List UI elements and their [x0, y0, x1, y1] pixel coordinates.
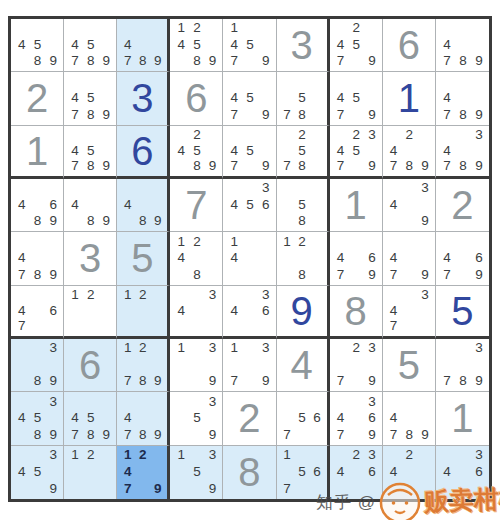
candidate-digit: 9 — [471, 266, 487, 282]
cell-r5c8[interactable]: 479 — [383, 232, 436, 285]
cell-r2c9[interactable]: 4789 — [436, 72, 489, 125]
candidate-digit: 7 — [226, 53, 242, 69]
candidate-digit: 9 — [364, 53, 380, 69]
candidate-digit: 7 — [226, 158, 242, 174]
candidate-digit: 8 — [295, 213, 310, 229]
candidate-grid: 489 — [120, 180, 165, 229]
candidate-digit: 3 — [205, 340, 221, 356]
candidate-digit: 4 — [386, 302, 402, 318]
candidate-digit: 8 — [455, 106, 471, 122]
cell-r9c4[interactable]: 1359 — [170, 446, 223, 499]
candidate-digit: 8 — [30, 53, 46, 69]
candidate-digit: 7 — [333, 53, 349, 69]
candidate-digit: 8 — [295, 266, 310, 282]
cell-r3c5[interactable]: 4579 — [223, 126, 276, 179]
given-digit: 8 — [345, 291, 367, 331]
candidate-digit: 2 — [295, 127, 310, 143]
entered-digit: 9 — [290, 291, 312, 331]
given-digit: 1 — [26, 131, 48, 171]
candidate-digit: 3 — [471, 127, 487, 143]
cell-r7c7[interactable]: 2379 — [330, 339, 383, 392]
candidate-digit: 4 — [226, 302, 242, 318]
candidate-digit: 7 — [386, 426, 402, 442]
candidate-digit: 6 — [258, 302, 274, 318]
candidate-digit: 4 — [386, 196, 402, 212]
cell-r6c5[interactable]: 346 — [223, 286, 276, 339]
candidate-digit: 9 — [99, 53, 115, 69]
candidate-digit: 8 — [455, 373, 471, 389]
candidate-digit: 4 — [14, 36, 30, 52]
candidate-digit: 8 — [83, 426, 99, 442]
candidate-digit: 4 — [333, 36, 349, 52]
candidate-digit: 2 — [295, 233, 310, 249]
cell-r1c9[interactable]: 4789 — [436, 19, 489, 72]
cell-r7c2[interactable]: 6 — [64, 339, 117, 392]
cell-r9c8[interactable]: 24 — [383, 446, 436, 499]
candidate-digit: 3 — [258, 287, 274, 303]
cell-r2c1[interactable]: 2 — [11, 72, 64, 125]
candidate-digit: 9 — [364, 373, 380, 389]
given-digit: 2 — [238, 398, 260, 438]
candidate-digit: 2 — [135, 447, 150, 464]
cell-r4c8[interactable]: 349 — [383, 179, 436, 232]
candidate-digit: 8 — [401, 426, 417, 442]
candidate-digit: 5 — [295, 463, 310, 480]
candidate-digit: 9 — [364, 158, 380, 174]
cell-r7c9[interactable]: 3789 — [436, 339, 489, 392]
given-digit: 2 — [26, 78, 48, 118]
candidate-grid: 12 — [67, 447, 114, 497]
candidate-digit: 1 — [226, 340, 242, 356]
cell-r7c5[interactable]: 1379 — [223, 339, 276, 392]
cell-r3c2[interactable]: 45789 — [64, 126, 117, 179]
cell-r3c8[interactable]: 24789 — [383, 126, 436, 179]
cell-r6c8[interactable]: 347 — [383, 286, 436, 339]
given-digit: 5 — [131, 238, 153, 278]
candidate-grid: 4679 — [439, 233, 487, 282]
candidate-digit: 5 — [30, 36, 46, 52]
candidate-digit: 4 — [226, 90, 242, 106]
candidate-digit: 9 — [205, 158, 221, 174]
candidate-grid: 34 — [173, 287, 220, 334]
candidate-grid: 346 — [439, 447, 487, 497]
candidate-grid: 34789 — [439, 127, 487, 174]
candidate-digit: 8 — [455, 158, 471, 174]
candidate-digit: 5 — [295, 90, 310, 106]
candidate-digit: 8 — [83, 213, 99, 229]
candidate-digit: 9 — [205, 373, 221, 389]
candidate-grid: 14 — [226, 233, 273, 282]
cell-r1c2[interactable]: 45789 — [64, 19, 117, 72]
candidate-grid: 1567 — [280, 447, 325, 497]
cell-r5c4[interactable]: 1248 — [170, 232, 223, 285]
candidate-digit: 4 — [333, 250, 349, 266]
candidate-digit: 7 — [14, 266, 30, 282]
candidate-digit: 2 — [83, 287, 99, 303]
candidate-grid: 4789 — [439, 20, 487, 69]
candidate-digit: 6 — [310, 410, 325, 426]
cell-r8c9[interactable]: 1 — [436, 392, 489, 445]
cell-r3c1[interactable]: 1 — [11, 126, 64, 179]
candidate-grid: 578 — [280, 73, 325, 122]
candidate-digit: 4 — [226, 196, 242, 212]
cell-r3c7[interactable]: 234579 — [330, 126, 383, 179]
given-digit: 6 — [79, 345, 101, 385]
cell-r3c3[interactable]: 6 — [117, 126, 170, 179]
cell-r6c7[interactable]: 8 — [330, 286, 383, 339]
candidate-digit: 2 — [348, 127, 364, 143]
candidate-digit: 9 — [258, 53, 274, 69]
candidate-digit: 7 — [333, 158, 349, 174]
cell-r4c2[interactable]: 489 — [64, 179, 117, 232]
cell-r6c1[interactable]: 467 — [11, 286, 64, 339]
candidate-grid: 12789 — [120, 340, 165, 389]
cell-r8c8[interactable]: 4789 — [383, 392, 436, 445]
candidate-digit: 6 — [258, 196, 274, 212]
candidate-digit: 6 — [364, 463, 380, 480]
candidate-digit: 9 — [45, 266, 61, 282]
candidate-grid: 1248 — [173, 233, 220, 282]
candidate-digit: 7 — [120, 373, 135, 389]
candidate-grid: 128 — [280, 233, 325, 282]
cell-r4c1[interactable]: 4689 — [11, 179, 64, 232]
candidate-digit: 4 — [14, 250, 30, 266]
candidate-digit: 7 — [280, 106, 295, 122]
candidate-digit: 5 — [348, 90, 364, 106]
candidate-digit: 9 — [471, 373, 487, 389]
candidate-grid: 124589 — [173, 20, 220, 69]
cell-r6c2[interactable]: 12 — [64, 286, 117, 339]
cell-r2c2[interactable]: 45789 — [64, 72, 117, 125]
candidate-digit: 3 — [258, 180, 274, 196]
cell-r1c4[interactable]: 124589 — [170, 19, 223, 72]
candidate-digit: 9 — [150, 480, 165, 497]
candidate-digit: 2 — [135, 340, 150, 356]
candidate-digit: 3 — [45, 393, 61, 409]
candidate-digit: 8 — [30, 373, 46, 389]
cell-r6c9[interactable]: 5 — [436, 286, 489, 339]
candidate-digit: 4 — [120, 196, 135, 212]
candidate-digit: 7 — [120, 426, 135, 442]
candidate-grid: 2379 — [333, 340, 380, 389]
candidate-digit: 1 — [67, 447, 83, 464]
candidate-digit: 9 — [99, 158, 115, 174]
candidate-digit: 5 — [83, 36, 99, 52]
cell-r9c5[interactable]: 8 — [223, 446, 276, 499]
candidate-digit: 3 — [364, 340, 380, 356]
cell-r6c4[interactable]: 34 — [170, 286, 223, 339]
candidate-digit: 8 — [83, 158, 99, 174]
candidate-grid: 4579 — [333, 73, 380, 122]
candidate-grid: 12 — [120, 287, 165, 334]
candidate-digit: 8 — [135, 213, 150, 229]
cell-r2c6[interactable]: 578 — [277, 72, 330, 125]
candidate-digit: 1 — [280, 233, 295, 249]
candidate-digit: 7 — [120, 480, 135, 497]
candidate-digit: 8 — [30, 266, 46, 282]
candidate-grid: 4789 — [439, 73, 487, 122]
candidate-digit: 2 — [348, 340, 364, 356]
cell-r9c9[interactable]: 346 — [436, 446, 489, 499]
candidate-digit: 6 — [45, 302, 61, 318]
candidate-digit: 5 — [189, 463, 205, 480]
candidate-digit: 7 — [120, 53, 135, 69]
candidate-digit: 8 — [295, 106, 310, 122]
candidate-digit: 8 — [189, 266, 205, 282]
cell-r2c7[interactable]: 4579 — [330, 72, 383, 125]
candidate-digit: 4 — [120, 36, 135, 52]
cell-r4c4[interactable]: 7 — [170, 179, 223, 232]
candidate-digit: 9 — [45, 480, 61, 497]
candidate-digit: 1 — [280, 447, 295, 464]
candidate-grid: 34679 — [333, 393, 380, 442]
candidate-digit: 5 — [189, 142, 205, 158]
candidate-digit: 7 — [386, 266, 402, 282]
candidate-digit: 1 — [120, 447, 135, 464]
candidate-digit: 4 — [120, 463, 135, 480]
candidate-digit: 4 — [386, 463, 402, 480]
cell-r2c8[interactable]: 1 — [383, 72, 436, 125]
candidate-grid: 567 — [280, 393, 325, 442]
candidate-digit: 9 — [45, 213, 61, 229]
cell-r1c5[interactable]: 14579 — [223, 19, 276, 72]
given-digit: 7 — [185, 185, 207, 225]
candidate-digit: 9 — [99, 426, 115, 442]
candidate-digit: 7 — [67, 158, 83, 174]
candidate-digit: 9 — [471, 53, 487, 69]
cell-r7c1[interactable]: 389 — [11, 339, 64, 392]
candidate-digit: 3 — [364, 447, 380, 464]
candidate-digit: 9 — [417, 426, 433, 442]
candidate-digit: 3 — [45, 447, 61, 464]
cell-r9c3[interactable]: 12479 — [117, 446, 170, 499]
candidate-digit: 5 — [242, 196, 258, 212]
candidate-digit: 8 — [83, 53, 99, 69]
candidate-grid: 2346 — [333, 447, 380, 497]
cell-r7c3[interactable]: 12789 — [117, 339, 170, 392]
cell-r2c3[interactable]: 3 — [117, 72, 170, 125]
candidate-digit: 4 — [333, 90, 349, 106]
candidate-digit: 4 — [386, 410, 402, 426]
cell-r4c9[interactable]: 2 — [436, 179, 489, 232]
candidate-grid: 347 — [386, 287, 433, 334]
cell-r7c6[interactable]: 4 — [277, 339, 330, 392]
candidate-grid: 12 — [67, 287, 114, 334]
candidate-digit: 8 — [30, 213, 46, 229]
candidate-digit: 9 — [99, 106, 115, 122]
cell-r2c5[interactable]: 4579 — [223, 72, 276, 125]
cell-r3c9[interactable]: 34789 — [436, 126, 489, 179]
candidate-grid: 4679 — [333, 233, 380, 282]
candidate-digit: 9 — [205, 53, 221, 69]
candidate-digit: 7 — [439, 158, 455, 174]
candidate-digit: 9 — [417, 213, 433, 229]
candidate-digit: 3 — [364, 393, 380, 409]
candidate-digit: 7 — [333, 426, 349, 442]
cell-r8c7[interactable]: 34679 — [330, 392, 383, 445]
cell-r7c8[interactable]: 5 — [383, 339, 436, 392]
candidate-digit: 9 — [364, 266, 380, 282]
candidate-digit: 4 — [226, 36, 242, 52]
cell-r6c6[interactable]: 9 — [277, 286, 330, 339]
candidate-grid: 1359 — [173, 447, 220, 497]
candidate-grid: 389 — [14, 340, 61, 389]
candidate-grid: 4689 — [14, 180, 61, 229]
sudoku-board: 4589457894789124589145793245796478924578… — [8, 16, 492, 502]
candidate-grid: 349 — [386, 180, 433, 229]
candidate-digit: 4 — [120, 410, 135, 426]
cell-r1c8[interactable]: 6 — [383, 19, 436, 72]
given-digit: 3 — [290, 25, 312, 65]
candidate-digit: 4 — [333, 142, 349, 158]
entered-digit: 6 — [131, 131, 153, 171]
candidate-digit: 9 — [150, 53, 165, 69]
candidate-digit: 7 — [280, 480, 295, 497]
cell-r5c1[interactable]: 4789 — [11, 232, 64, 285]
candidate-digit: 2 — [348, 447, 364, 464]
cell-r9c7[interactable]: 2346 — [330, 446, 383, 499]
candidate-digit: 4 — [386, 250, 402, 266]
candidate-digit: 5 — [30, 463, 46, 480]
cell-r8c3[interactable]: 4789 — [117, 392, 170, 445]
cell-r9c6[interactable]: 1567 — [277, 446, 330, 499]
candidate-digit: 7 — [226, 106, 242, 122]
candidate-digit: 9 — [45, 373, 61, 389]
candidate-grid: 45789 — [67, 20, 114, 69]
cell-r4c7[interactable]: 1 — [330, 179, 383, 232]
candidate-grid: 1379 — [226, 340, 273, 389]
cell-r3c6[interactable]: 2578 — [277, 126, 330, 179]
candidate-digit: 9 — [258, 158, 274, 174]
candidate-digit: 3 — [471, 447, 487, 464]
candidate-grid: 24589 — [173, 127, 220, 174]
cell-r4c3[interactable]: 489 — [117, 179, 170, 232]
cell-r5c9[interactable]: 4679 — [436, 232, 489, 285]
candidate-digit: 2 — [135, 287, 150, 303]
candidate-digit: 3 — [471, 340, 487, 356]
cell-r1c3[interactable]: 4789 — [117, 19, 170, 72]
cell-r5c7[interactable]: 4679 — [330, 232, 383, 285]
candidate-digit: 5 — [83, 410, 99, 426]
candidate-digit: 4 — [14, 410, 30, 426]
candidate-digit: 4 — [226, 250, 242, 266]
candidate-grid: 4789 — [386, 393, 433, 442]
candidate-digit: 7 — [333, 266, 349, 282]
candidate-digit: 9 — [417, 158, 433, 174]
candidate-grid: 24789 — [386, 127, 433, 174]
candidate-grid: 24 — [386, 447, 433, 497]
candidate-grid: 34589 — [14, 393, 61, 442]
candidate-digit: 9 — [205, 480, 221, 497]
cell-r9c2[interactable]: 12 — [64, 446, 117, 499]
cell-r8c5[interactable]: 2 — [223, 392, 276, 445]
candidate-grid: 45789 — [67, 127, 114, 174]
candidate-digit: 4 — [173, 250, 189, 266]
candidate-digit: 4 — [439, 250, 455, 266]
candidate-grid: 479 — [386, 233, 433, 282]
candidate-digit: 1 — [173, 340, 189, 356]
candidate-digit: 7 — [439, 106, 455, 122]
candidate-digit: 9 — [150, 426, 165, 442]
candidate-grid: 139 — [173, 340, 220, 389]
candidate-digit: 7 — [439, 266, 455, 282]
candidate-digit: 3 — [205, 393, 221, 409]
candidate-digit: 7 — [386, 158, 402, 174]
cell-r6c3[interactable]: 12 — [117, 286, 170, 339]
cell-r1c1[interactable]: 4589 — [11, 19, 64, 72]
candidate-digit: 4 — [333, 463, 349, 480]
cell-r8c6[interactable]: 567 — [277, 392, 330, 445]
candidate-digit: 1 — [173, 447, 189, 464]
candidate-digit: 3 — [417, 180, 433, 196]
cell-r3c4[interactable]: 24589 — [170, 126, 223, 179]
candidate-digit: 4 — [386, 142, 402, 158]
candidate-digit: 5 — [189, 36, 205, 52]
candidate-digit: 8 — [135, 53, 150, 69]
candidate-digit: 9 — [364, 426, 380, 442]
candidate-digit: 4 — [439, 463, 455, 480]
candidate-digit: 6 — [45, 196, 61, 212]
cell-r5c3[interactable]: 5 — [117, 232, 170, 285]
cell-r9c1[interactable]: 3459 — [11, 446, 64, 499]
candidate-digit: 4 — [67, 142, 83, 158]
candidate-digit: 2 — [401, 447, 417, 464]
candidate-grid: 4789 — [120, 20, 165, 69]
candidate-digit: 9 — [471, 106, 487, 122]
given-digit: 5 — [398, 345, 420, 385]
candidate-digit: 5 — [189, 410, 205, 426]
candidate-digit: 7 — [67, 106, 83, 122]
cell-r5c5[interactable]: 14 — [223, 232, 276, 285]
candidate-grid: 3456 — [226, 180, 273, 229]
cell-r2c4[interactable]: 6 — [170, 72, 223, 125]
candidate-digit: 4 — [439, 36, 455, 52]
cell-r5c6[interactable]: 128 — [277, 232, 330, 285]
candidate-digit: 7 — [67, 53, 83, 69]
cell-r4c5[interactable]: 3456 — [223, 179, 276, 232]
candidate-digit: 3 — [258, 340, 274, 356]
cell-r7c4[interactable]: 139 — [170, 339, 223, 392]
cell-r4c6[interactable]: 58 — [277, 179, 330, 232]
candidate-grid: 3789 — [439, 340, 487, 389]
candidate-digit: 5 — [295, 142, 310, 158]
candidate-digit: 1 — [173, 20, 189, 36]
given-digit: 1 — [451, 398, 473, 438]
cell-r5c2[interactable]: 3 — [64, 232, 117, 285]
candidate-digit: 8 — [30, 426, 46, 442]
candidate-grid: 14579 — [226, 20, 273, 69]
cell-r1c6[interactable]: 3 — [277, 19, 330, 72]
candidate-digit: 7 — [14, 318, 30, 334]
candidate-digit: 5 — [83, 142, 99, 158]
candidate-digit: 9 — [205, 426, 221, 442]
candidate-grid: 2578 — [280, 127, 325, 174]
cell-r8c1[interactable]: 34589 — [11, 392, 64, 445]
given-digit: 2 — [451, 185, 473, 225]
entered-digit: 5 — [451, 291, 473, 331]
candidate-digit: 6 — [364, 410, 380, 426]
candidate-digit: 1 — [67, 287, 83, 303]
candidate-digit: 5 — [348, 36, 364, 52]
cell-r1c7[interactable]: 24579 — [330, 19, 383, 72]
candidate-digit: 3 — [45, 340, 61, 356]
candidate-digit: 4 — [439, 90, 455, 106]
cell-r8c2[interactable]: 45789 — [64, 392, 117, 445]
candidate-digit: 7 — [67, 426, 83, 442]
candidate-digit: 4 — [14, 463, 30, 480]
cell-r8c4[interactable]: 359 — [170, 392, 223, 445]
candidate-digit: 3 — [205, 447, 221, 464]
